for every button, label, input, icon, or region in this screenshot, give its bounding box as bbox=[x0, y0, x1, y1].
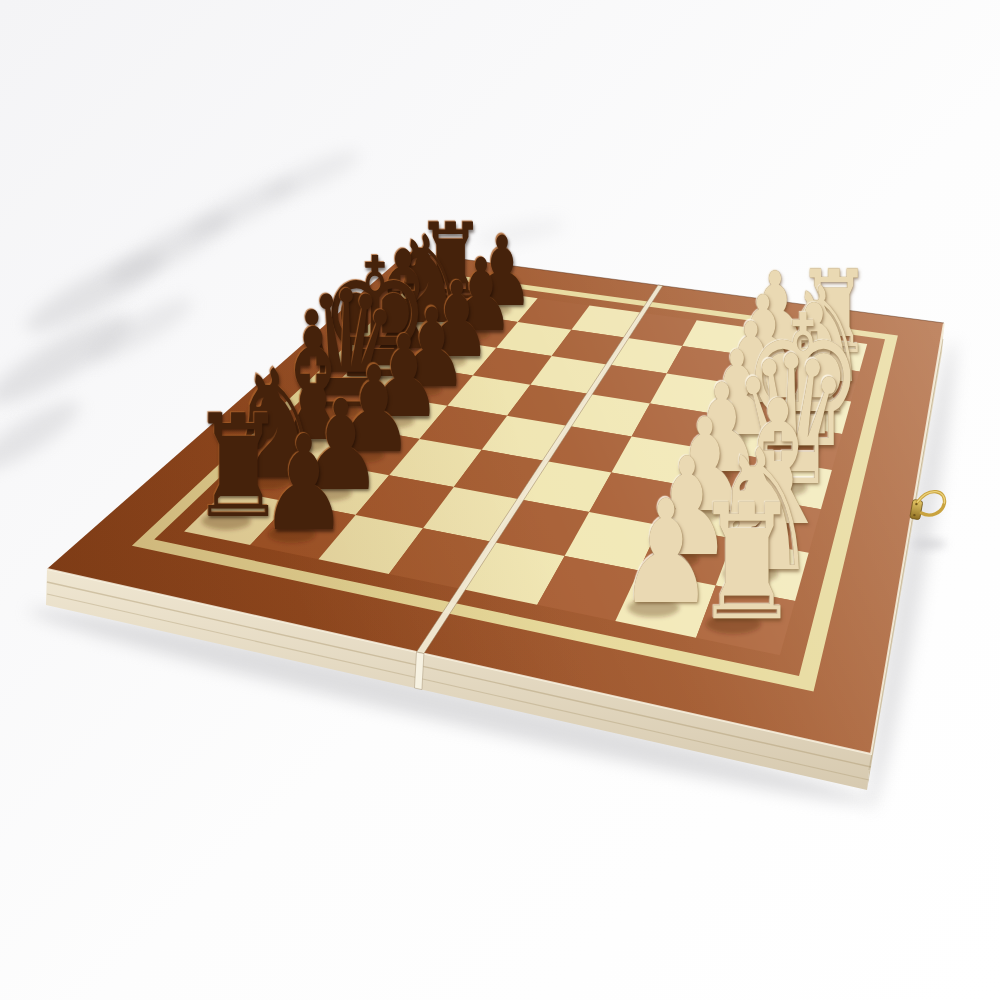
piece-black-bishop-f8: ♝ bbox=[354, 258, 451, 366]
piece-white-rook-h1: ♜ bbox=[793, 277, 874, 368]
piece-white-pawn-c2: ♟ bbox=[660, 425, 751, 527]
piece-black-queen-d8: ♛ bbox=[288, 299, 403, 427]
piece-white-queen-d1: ♛ bbox=[728, 364, 855, 506]
piece-white-rook-a1: ♜ bbox=[690, 513, 804, 640]
piece-white-pawn-f2: ♟ bbox=[711, 328, 790, 417]
piece-white-pawn-a2: ♟ bbox=[616, 508, 718, 621]
piece-black-knight-g8: ♞ bbox=[385, 242, 471, 338]
piece-black-bishop-c8: ♝ bbox=[258, 337, 368, 460]
piece-white-pawn-b2: ♟ bbox=[639, 464, 735, 571]
piece-white-pawn-d2: ♟ bbox=[678, 390, 765, 487]
piece-black-king-e8: ♚ bbox=[316, 266, 434, 398]
piece-black-pawn-d7: ♟ bbox=[363, 341, 444, 431]
piece-white-bishop-f1: ♝ bbox=[761, 313, 867, 432]
piece-black-knight-b8: ♞ bbox=[224, 376, 331, 495]
chess-set-product-photo: ♜♟♞♟♟♝♜♟♟♚♞♟♟♛♝♟♟♝♚♟♟♞♛♟♟♜♝♟♟♞♟♜ bbox=[0, 0, 1000, 1000]
piece-white-king-e1: ♚ bbox=[738, 325, 868, 470]
piece-white-knight-b1: ♞ bbox=[703, 457, 822, 590]
piece-black-pawn-g7: ♟ bbox=[445, 264, 516, 344]
piece-black-pawn-h7: ♟ bbox=[468, 242, 537, 319]
piece-black-pawn-e7: ♟ bbox=[393, 313, 471, 400]
piece-black-pawn-b7: ♟ bbox=[296, 405, 385, 504]
piece-black-rook-h8: ♜ bbox=[414, 229, 489, 312]
piece-black-pawn-f7: ♟ bbox=[420, 287, 494, 370]
piece-white-pawn-g2: ♟ bbox=[725, 301, 801, 386]
piece-white-knight-g1: ♞ bbox=[777, 294, 871, 399]
piece-white-pawn-e2: ♟ bbox=[695, 358, 778, 451]
piece-white-bishop-c1: ♝ bbox=[717, 409, 839, 546]
piece-white-pawn-h2: ♟ bbox=[738, 277, 811, 358]
piece-black-pawn-a7: ♟ bbox=[257, 442, 351, 546]
chess-pieces-layer: ♜♟♞♟♟♝♜♟♟♚♞♟♟♛♝♟♟♝♚♟♟♞♛♟♟♜♝♟♟♞♟♜ bbox=[0, 0, 1000, 1000]
piece-black-rook-a8: ♜ bbox=[187, 422, 288, 535]
piece-black-pawn-c7: ♟ bbox=[331, 372, 416, 467]
